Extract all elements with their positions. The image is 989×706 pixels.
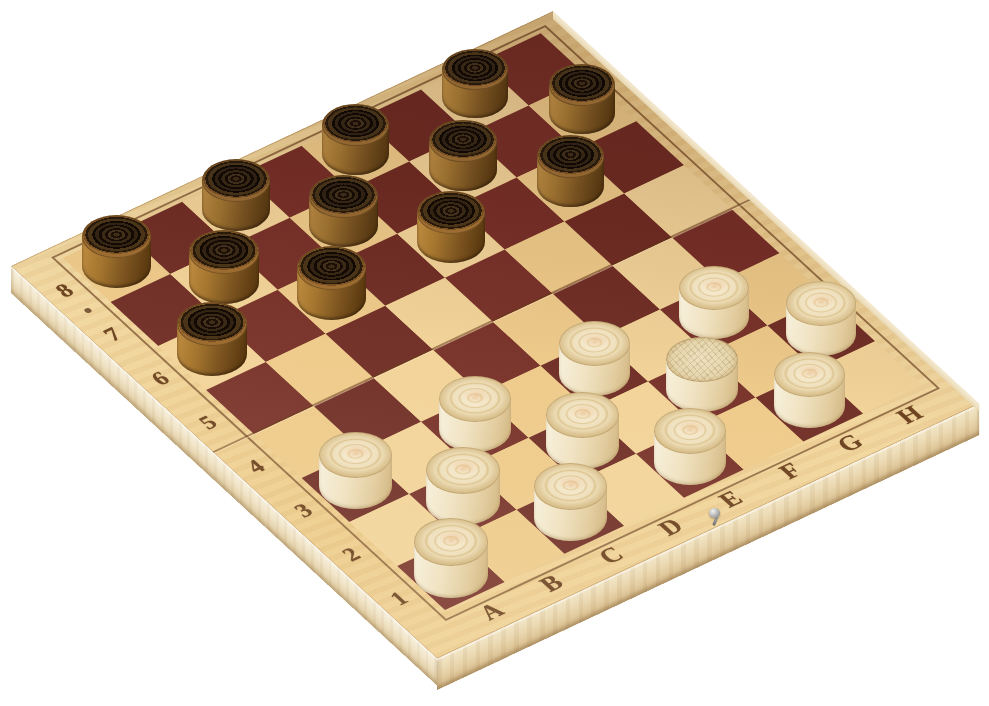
piece-top (537, 135, 604, 177)
piece-white-c3[interactable] (439, 376, 511, 452)
piece-dark-b7[interactable] (189, 230, 258, 303)
piece-dark-c6[interactable] (297, 246, 367, 319)
latch-pin-head (709, 508, 720, 518)
piece-top (439, 376, 511, 421)
piece-top (546, 392, 618, 438)
piece-top (426, 447, 500, 493)
piece-white-g1[interactable] (774, 352, 846, 428)
piece-top (189, 230, 258, 274)
piece-dark-d7[interactable] (309, 175, 377, 247)
piece-top (309, 175, 377, 218)
piece-white-h2[interactable] (786, 281, 856, 355)
piece-top (654, 408, 727, 454)
piece-top (322, 104, 389, 146)
piece-white-a3[interactable] (319, 432, 392, 509)
piece-white-c1[interactable] (534, 463, 608, 541)
piece-top (319, 432, 392, 478)
piece-top (177, 302, 248, 347)
piece-top (534, 463, 608, 510)
piece-top (82, 215, 151, 258)
piece-dark-e6[interactable] (417, 191, 485, 263)
piece-white-a1[interactable] (414, 518, 489, 597)
piece-dark-c8[interactable] (202, 159, 270, 231)
photo-scene: 8A7B6C5D4E3F2G1H (0, 0, 989, 706)
piece-top (202, 159, 270, 202)
piece-white-g3[interactable] (679, 266, 749, 340)
piece-top (429, 120, 496, 162)
piece-dark-a8[interactable] (82, 215, 151, 288)
piece-top (679, 266, 749, 310)
piece-white-e3[interactable] (559, 321, 630, 396)
piece-dark-e8[interactable] (322, 104, 389, 175)
piece-dark-h7[interactable] (549, 64, 615, 134)
piece-dark-g6[interactable] (537, 135, 604, 206)
piece-dark-a6[interactable] (177, 302, 248, 377)
piece-top (297, 246, 367, 290)
piece-white-b2[interactable] (426, 447, 500, 525)
piece-top (414, 518, 489, 565)
latch-pin (706, 506, 728, 532)
piece-top (442, 49, 508, 90)
piece-top (786, 281, 856, 325)
piece-top (666, 337, 737, 382)
piece-white-e1[interactable] (654, 408, 727, 485)
piece-dark-f7[interactable] (429, 120, 496, 191)
piece-white-f2[interactable] (666, 337, 737, 412)
piece-dark-g8[interactable] (442, 49, 508, 118)
piece-top (559, 321, 630, 366)
piece-top (417, 191, 485, 234)
piece-top (549, 64, 615, 106)
piece-white-d2[interactable] (546, 392, 618, 469)
